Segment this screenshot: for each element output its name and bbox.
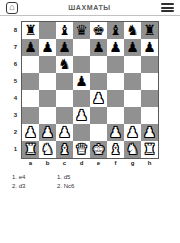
black-pawn-c7: ♟ — [58, 39, 71, 56]
square-h4[interactable] — [141, 90, 158, 107]
black-pawn-a7: ♟ — [24, 39, 37, 56]
black-pawn-g7: ♟ — [126, 39, 139, 56]
file-label-d: d — [73, 159, 90, 168]
black-knight-c6: ♞ — [58, 56, 71, 73]
black-pawn-h7: ♟ — [143, 39, 156, 56]
white-rook-a1: ♜ — [24, 141, 37, 158]
move-entry: 2. Nc6 — [57, 182, 102, 191]
hamburger-menu-icon — [161, 3, 174, 5]
black-queen-d8: ♛ — [75, 22, 88, 39]
white-pawn-b2: ♟ — [41, 124, 54, 141]
square-d1[interactable]: ♛ — [73, 141, 90, 158]
black-moves: 1. d52. Nc6 — [57, 173, 102, 190]
square-d6[interactable] — [73, 56, 90, 73]
square-c4[interactable] — [56, 90, 73, 107]
move-entry: 1. e4 — [12, 173, 57, 182]
square-f6[interactable] — [107, 56, 124, 73]
square-b8[interactable] — [39, 22, 56, 39]
square-d3[interactable]: ♟ — [73, 107, 90, 124]
square-g8[interactable]: ♞ — [124, 22, 141, 39]
square-h2[interactable]: ♟ — [141, 124, 158, 141]
square-e1[interactable]: ♚ — [90, 141, 107, 158]
page-title: ШАХМАТЫ — [18, 4, 161, 11]
black-rook-a8: ♜ — [24, 22, 37, 39]
square-c3[interactable] — [56, 107, 73, 124]
black-bishop-c8: ♝ — [58, 22, 71, 39]
file-label-g: g — [124, 159, 141, 168]
rank-label-5: 5 — [0, 72, 21, 89]
square-e4[interactable]: ♟ — [90, 90, 107, 107]
square-c1[interactable]: ♝ — [56, 141, 73, 158]
file-label-b: b — [39, 159, 56, 168]
square-b3[interactable] — [39, 107, 56, 124]
white-knight-b1: ♞ — [41, 141, 54, 158]
black-pawn-e7: ♟ — [92, 39, 105, 56]
square-e8[interactable]: ♚ — [90, 22, 107, 39]
square-a4[interactable] — [22, 90, 39, 107]
rank-label-1: 1 — [0, 140, 21, 157]
file-label-f: f — [107, 159, 124, 168]
chess-app: ⌂ ШАХМАТЫ 87654321 ♜♝♛♚♝♞♜♟♟♟♟♟♟♟♞♟♟♟♟♟♟… — [0, 0, 180, 243]
square-c2[interactable]: ♟ — [56, 124, 73, 141]
move-entry: 2. d3 — [12, 182, 57, 191]
square-c6[interactable]: ♞ — [56, 56, 73, 73]
square-g4[interactable] — [124, 90, 141, 107]
square-c7[interactable]: ♟ — [56, 39, 73, 56]
file-label-a: a — [22, 159, 39, 168]
white-moves: 1. e42. d3 — [12, 173, 57, 190]
square-e7[interactable]: ♟ — [90, 39, 107, 56]
app-header: ⌂ ШАХМАТЫ — [0, 0, 180, 16]
white-king-e1: ♚ — [92, 141, 105, 158]
square-f4[interactable] — [107, 90, 124, 107]
rank-labels: 87654321 — [0, 21, 21, 159]
square-g7[interactable]: ♟ — [124, 39, 141, 56]
square-c5[interactable] — [56, 73, 73, 90]
board-area: 87654321 ♜♝♛♚♝♞♜♟♟♟♟♟♟♟♞♟♟♟♟♟♟♟♟♟♜♞♝♛♚♝♞… — [0, 21, 180, 159]
white-pawn-e4: ♟ — [92, 90, 105, 107]
square-a2[interactable]: ♟ — [22, 124, 39, 141]
file-label-e: e — [90, 159, 107, 168]
white-pawn-a2: ♟ — [24, 124, 37, 141]
square-a8[interactable]: ♜ — [22, 22, 39, 39]
square-f7[interactable]: ♟ — [107, 39, 124, 56]
white-knight-g1: ♞ — [126, 141, 139, 158]
square-a5[interactable] — [22, 73, 39, 90]
square-d2[interactable] — [73, 124, 90, 141]
square-f3[interactable] — [107, 107, 124, 124]
white-pawn-d3: ♟ — [75, 107, 88, 124]
black-rook-h8: ♜ — [143, 22, 156, 39]
square-h1[interactable]: ♜ — [141, 141, 158, 158]
square-f8[interactable]: ♝ — [107, 22, 124, 39]
square-g2[interactable]: ♟ — [124, 124, 141, 141]
square-a6[interactable] — [22, 56, 39, 73]
move-list: 1. e42. d3 1. d52. Nc6 — [12, 173, 180, 190]
rank-label-2: 2 — [0, 123, 21, 140]
file-label-c: c — [56, 159, 73, 168]
square-b2[interactable]: ♟ — [39, 124, 56, 141]
square-g3[interactable] — [124, 107, 141, 124]
square-a7[interactable]: ♟ — [22, 39, 39, 56]
square-d4[interactable] — [73, 90, 90, 107]
rank-label-4: 4 — [0, 89, 21, 106]
square-c8[interactable]: ♝ — [56, 22, 73, 39]
square-g6[interactable] — [124, 56, 141, 73]
square-f2[interactable]: ♟ — [107, 124, 124, 141]
square-g1[interactable]: ♞ — [124, 141, 141, 158]
white-pawn-h2: ♟ — [143, 124, 156, 141]
square-a3[interactable] — [22, 107, 39, 124]
home-icon: ⌂ — [9, 3, 14, 12]
square-f5[interactable] — [107, 73, 124, 90]
square-b7[interactable]: ♟ — [39, 39, 56, 56]
square-b5[interactable] — [39, 73, 56, 90]
square-h8[interactable]: ♜ — [141, 22, 158, 39]
home-button[interactable]: ⌂ — [6, 2, 18, 14]
white-bishop-c1: ♝ — [58, 141, 71, 158]
black-king-e8: ♚ — [92, 22, 105, 39]
square-h7[interactable]: ♟ — [141, 39, 158, 56]
rank-label-7: 7 — [0, 38, 21, 55]
square-b1[interactable]: ♞ — [39, 141, 56, 158]
square-e6[interactable] — [90, 56, 107, 73]
white-queen-d1: ♛ — [75, 141, 88, 158]
square-e2[interactable] — [90, 124, 107, 141]
square-g5[interactable] — [124, 73, 141, 90]
white-bishop-f1: ♝ — [109, 141, 122, 158]
square-d7[interactable] — [73, 39, 90, 56]
chess-board[interactable]: ♜♝♛♚♝♞♜♟♟♟♟♟♟♟♞♟♟♟♟♟♟♟♟♟♜♞♝♛♚♝♞♜ — [21, 21, 159, 159]
square-h3[interactable] — [141, 107, 158, 124]
file-labels: abcdefgh — [22, 159, 180, 168]
white-pawn-f2: ♟ — [109, 124, 122, 141]
white-rook-h1: ♜ — [143, 141, 156, 158]
square-e5[interactable] — [90, 73, 107, 90]
square-f1[interactable]: ♝ — [107, 141, 124, 158]
square-b4[interactable] — [39, 90, 56, 107]
move-entry: 1. d5 — [57, 173, 102, 182]
square-d8[interactable]: ♛ — [73, 22, 90, 39]
black-pawn-f7: ♟ — [109, 39, 122, 56]
square-e3[interactable] — [90, 107, 107, 124]
square-h5[interactable] — [141, 73, 158, 90]
white-pawn-c2: ♟ — [58, 124, 71, 141]
rank-label-3: 3 — [0, 106, 21, 123]
square-d5[interactable]: ♟ — [73, 73, 90, 90]
rank-label-8: 8 — [0, 21, 21, 38]
square-b6[interactable] — [39, 56, 56, 73]
black-knight-g8: ♞ — [126, 22, 139, 39]
square-h6[interactable] — [141, 56, 158, 73]
white-pawn-g2: ♟ — [126, 124, 139, 141]
black-pawn-b7: ♟ — [41, 39, 54, 56]
file-label-h: h — [141, 159, 158, 168]
black-pawn-d5: ♟ — [75, 73, 88, 90]
square-a1[interactable]: ♜ — [22, 141, 39, 158]
black-bishop-f8: ♝ — [109, 22, 122, 39]
menu-button[interactable] — [161, 2, 174, 13]
rank-label-6: 6 — [0, 55, 21, 72]
